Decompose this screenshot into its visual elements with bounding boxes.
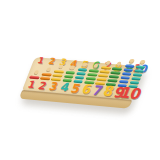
front-number-piece-2[interactable]: 2 — [37, 80, 48, 91]
peg-knob — [128, 59, 134, 64]
front-number-piece-4[interactable]: 4 — [58, 82, 70, 94]
product-photo-scene: 12345678910 12345678910 — [0, 0, 160, 160]
front-number-piece-3[interactable]: 3 — [48, 81, 59, 92]
front-number-piece-10[interactable]: 10 — [118, 86, 143, 102]
front-number-piece-1[interactable]: 1 — [26, 80, 36, 90]
peg-knob — [139, 60, 145, 65]
